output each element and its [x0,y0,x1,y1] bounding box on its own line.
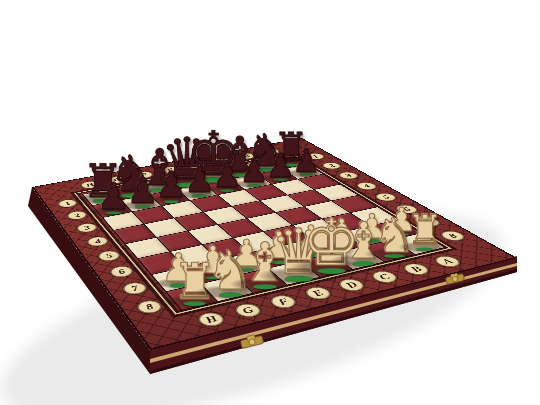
chess-set-photo: HH11GG22FF33EE44DD55CC66BB77AA88 ♜♞♝♛♚♝♞… [0,0,540,405]
